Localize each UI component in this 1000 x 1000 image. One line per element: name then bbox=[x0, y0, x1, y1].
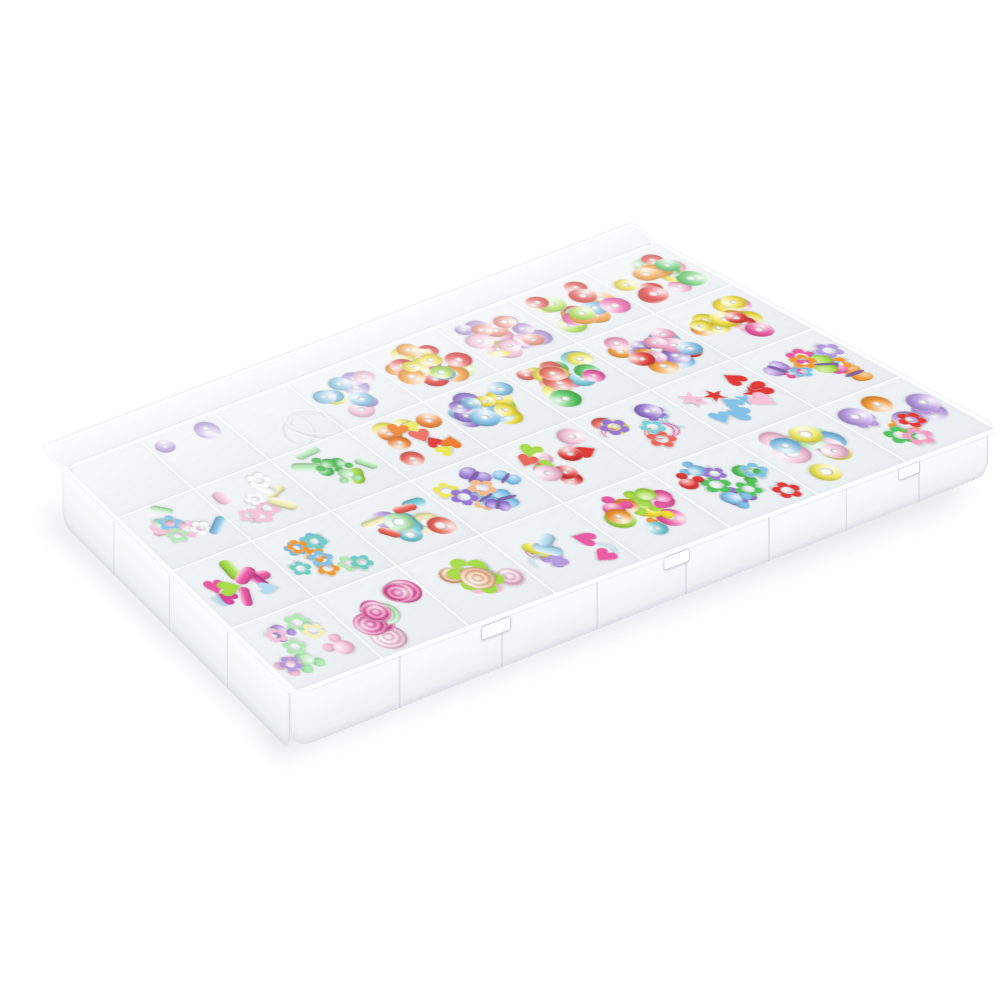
bead-hole bbox=[576, 311, 586, 316]
bead-hole bbox=[408, 456, 417, 461]
bead-hole bbox=[754, 327, 766, 333]
bead-round bbox=[549, 388, 582, 408]
bead-hole bbox=[555, 381, 565, 387]
bead-hole bbox=[588, 373, 598, 378]
bead-hole bbox=[360, 375, 368, 380]
bead-hole bbox=[407, 374, 418, 379]
bead-flower: ✿ bbox=[238, 468, 281, 494]
bead-hole bbox=[202, 426, 210, 431]
bead-hole bbox=[529, 338, 537, 342]
bead-hole bbox=[643, 408, 653, 414]
bead-hole bbox=[817, 468, 836, 476]
bead-hole bbox=[335, 382, 343, 387]
bead-hole bbox=[732, 316, 741, 320]
bead-hole bbox=[407, 364, 415, 368]
bead-hole bbox=[577, 293, 589, 299]
bead-hole bbox=[320, 395, 329, 400]
bead-hole bbox=[548, 371, 556, 376]
bead-hole bbox=[574, 356, 585, 361]
bead-hole bbox=[356, 396, 366, 401]
bead-hole bbox=[729, 300, 739, 305]
bead-hole bbox=[423, 418, 434, 424]
bead-hole bbox=[432, 520, 450, 531]
bead-hole bbox=[614, 514, 622, 519]
bead-hole bbox=[685, 275, 697, 281]
bead-hole bbox=[356, 406, 366, 412]
bead-hole bbox=[829, 448, 840, 454]
bead-hole bbox=[636, 356, 647, 362]
bead-hole bbox=[395, 440, 405, 445]
bead-hole bbox=[403, 347, 413, 352]
bead-hole bbox=[477, 328, 486, 333]
bead-hole bbox=[872, 401, 883, 406]
bead-hole bbox=[675, 284, 685, 288]
bead-hole bbox=[523, 373, 531, 378]
bead-hole bbox=[533, 301, 542, 305]
bead-hole bbox=[436, 369, 446, 374]
bead-hole bbox=[452, 357, 463, 363]
bead-hole bbox=[495, 386, 506, 392]
bead-coin bbox=[805, 462, 849, 481]
bead-hole bbox=[161, 443, 169, 448]
bead-hole bbox=[652, 340, 659, 344]
bead-hole bbox=[670, 353, 682, 358]
bead-hole bbox=[479, 414, 492, 421]
bead-hole bbox=[566, 451, 575, 456]
bead-round bbox=[151, 437, 179, 454]
bead-hole bbox=[652, 525, 661, 531]
bead-hole bbox=[650, 291, 659, 296]
bead-hole bbox=[473, 338, 485, 344]
bead-hole bbox=[662, 263, 673, 268]
bead-hole bbox=[610, 303, 620, 308]
bead-hole bbox=[658, 332, 667, 336]
bead-hole bbox=[612, 341, 621, 346]
bead-hole bbox=[425, 357, 435, 362]
photo-canvas: ✿✿✿✿✿✿✿✿✿✿♥♥♥♥♥♥♥♥♥♥♥✿✿✿✿✿✿✿✿✿✿✿✿✿✿♥♥♥♥♥… bbox=[0, 0, 1000, 1000]
bead-hole bbox=[641, 271, 652, 277]
bead-heart: ♥ bbox=[253, 580, 285, 597]
bead-hole bbox=[501, 408, 509, 412]
bead-hole bbox=[779, 442, 792, 449]
bead-hole bbox=[542, 470, 553, 477]
bead-hole bbox=[917, 399, 928, 406]
bead-hole bbox=[697, 324, 706, 328]
bead-hole bbox=[482, 399, 489, 402]
bead-hole bbox=[505, 343, 515, 348]
bead-flower: ✿ bbox=[699, 464, 731, 483]
bead-hole bbox=[468, 401, 474, 405]
bead-hole bbox=[460, 328, 469, 332]
bead-hole bbox=[561, 395, 571, 401]
bead-hole bbox=[796, 429, 816, 440]
bead-hole bbox=[391, 517, 406, 527]
bead-tube bbox=[210, 490, 234, 506]
bead-hole bbox=[500, 320, 510, 325]
bead-hole bbox=[495, 395, 505, 400]
bead-hole bbox=[566, 433, 577, 439]
bead-flower: ✿ bbox=[594, 416, 633, 439]
bead-hole bbox=[850, 413, 861, 419]
bead-hole bbox=[684, 346, 695, 351]
bead-flower: ✿ bbox=[297, 621, 331, 642]
bead-flower: ✿ bbox=[636, 417, 670, 437]
bead-round bbox=[613, 279, 638, 291]
bead-hole bbox=[518, 327, 528, 332]
bead-hole bbox=[658, 364, 669, 369]
bead-round bbox=[398, 450, 426, 468]
bead-hole bbox=[622, 283, 629, 287]
